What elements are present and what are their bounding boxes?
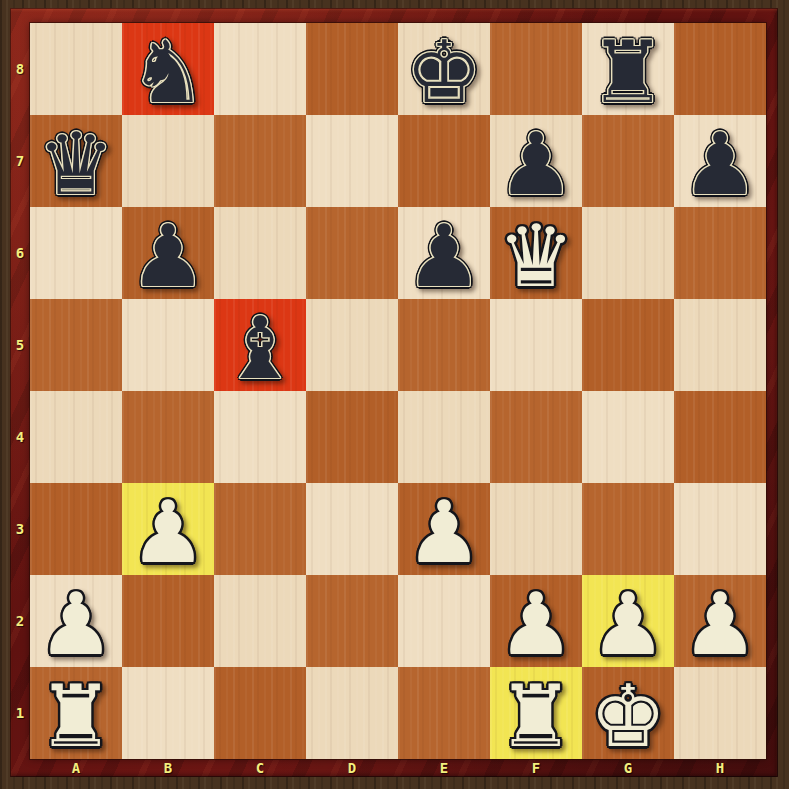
square-f3[interactable] — [490, 483, 582, 575]
square-f8[interactable] — [490, 23, 582, 115]
piece-glyph-body: ♛ — [30, 115, 122, 207]
piece-glyph-body: ♚ — [582, 667, 674, 759]
square-h6[interactable] — [674, 207, 766, 299]
piece-white-pawn[interactable]: ♟♟♟ — [582, 575, 674, 667]
piece-glyph-edge: ♜ — [30, 667, 122, 759]
piece-glyph-body: ♟ — [674, 575, 766, 667]
square-f5[interactable] — [490, 299, 582, 391]
square-b2[interactable] — [122, 575, 214, 667]
piece-glyph-rim: ♟ — [30, 575, 122, 667]
square-b4[interactable] — [122, 391, 214, 483]
piece-glyph-rim: ♟ — [122, 207, 214, 299]
square-a6[interactable] — [30, 207, 122, 299]
square-d1[interactable] — [306, 667, 398, 759]
piece-glyph-edge: ♟ — [490, 115, 582, 207]
square-c3[interactable] — [214, 483, 306, 575]
square-h2[interactable]: ♟♟♟ — [674, 575, 766, 667]
piece-glyph-body: ♟ — [122, 207, 214, 299]
square-c8[interactable] — [214, 23, 306, 115]
chess-app-background: ♞♞♞♚♚♚♜♜♜♛♛♛♟♟♟♟♟♟♟♟♟♟♟♟♛♛♛♝♝♝♟♟♟♟♟♟♟♟♟♟… — [0, 0, 789, 789]
square-g2[interactable]: ♟♟♟ — [582, 575, 674, 667]
square-d4[interactable] — [306, 391, 398, 483]
square-f4[interactable] — [490, 391, 582, 483]
square-g3[interactable] — [582, 483, 674, 575]
square-h5[interactable] — [674, 299, 766, 391]
piece-black-pawn[interactable]: ♟♟♟ — [490, 115, 582, 207]
piece-glyph-edge: ♚ — [582, 667, 674, 759]
piece-glyph-body: ♝ — [214, 299, 306, 391]
piece-white-pawn[interactable]: ♟♟♟ — [30, 575, 122, 667]
piece-glyph-rim: ♟ — [398, 483, 490, 575]
square-h1[interactable] — [674, 667, 766, 759]
piece-glyph-body: ♜ — [582, 23, 674, 115]
piece-glyph-body: ♟ — [398, 483, 490, 575]
piece-glyph-edge: ♟ — [582, 575, 674, 667]
rank-label-5: 5 — [10, 299, 30, 391]
square-d5[interactable] — [306, 299, 398, 391]
square-f1[interactable]: ♜♜♜ — [490, 667, 582, 759]
square-g1[interactable]: ♚♚♚ — [582, 667, 674, 759]
square-e2[interactable] — [398, 575, 490, 667]
rank-label-6: 6 — [10, 207, 30, 299]
piece-glyph-edge: ♝ — [214, 299, 306, 391]
piece-white-king[interactable]: ♚♚♚ — [582, 667, 674, 759]
piece-white-pawn[interactable]: ♟♟♟ — [490, 575, 582, 667]
square-e1[interactable] — [398, 667, 490, 759]
square-e8[interactable]: ♚♚♚ — [398, 23, 490, 115]
rank-label-8: 8 — [10, 23, 30, 115]
piece-black-king[interactable]: ♚♚♚ — [398, 23, 490, 115]
piece-white-rook[interactable]: ♜♜♜ — [490, 667, 582, 759]
piece-glyph-edge: ♟ — [674, 115, 766, 207]
piece-white-rook[interactable]: ♜♜♜ — [30, 667, 122, 759]
piece-glyph-body: ♚ — [398, 23, 490, 115]
file-label-a: A — [30, 759, 122, 777]
square-b6[interactable]: ♟♟♟ — [122, 207, 214, 299]
piece-glyph-rim: ♟ — [674, 575, 766, 667]
piece-glyph-body: ♜ — [490, 667, 582, 759]
piece-glyph-rim: ♞ — [122, 23, 214, 115]
square-f2[interactable]: ♟♟♟ — [490, 575, 582, 667]
piece-glyph-rim: ♜ — [582, 23, 674, 115]
file-label-e: E — [398, 759, 490, 777]
square-b5[interactable] — [122, 299, 214, 391]
piece-glyph-body: ♟ — [490, 115, 582, 207]
piece-glyph-edge: ♛ — [490, 207, 582, 299]
square-a4[interactable] — [30, 391, 122, 483]
piece-glyph-rim: ♟ — [122, 483, 214, 575]
square-g6[interactable] — [582, 207, 674, 299]
rank-label-4: 4 — [10, 391, 30, 483]
piece-glyph-body: ♟ — [490, 575, 582, 667]
square-d8[interactable] — [306, 23, 398, 115]
piece-glyph-rim: ♚ — [398, 23, 490, 115]
square-f6[interactable]: ♛♛♛ — [490, 207, 582, 299]
square-d3[interactable] — [306, 483, 398, 575]
piece-glyph-body: ♞ — [122, 23, 214, 115]
square-g8[interactable]: ♜♜♜ — [582, 23, 674, 115]
square-a3[interactable] — [30, 483, 122, 575]
piece-black-knight[interactable]: ♞♞♞ — [122, 23, 214, 115]
square-a7[interactable]: ♛♛♛ — [30, 115, 122, 207]
piece-glyph-edge: ♜ — [582, 23, 674, 115]
square-a8[interactable] — [30, 23, 122, 115]
square-e5[interactable] — [398, 299, 490, 391]
chess-board: ♞♞♞♚♚♚♜♜♜♛♛♛♟♟♟♟♟♟♟♟♟♟♟♟♛♛♛♝♝♝♟♟♟♟♟♟♟♟♟♟… — [30, 23, 766, 759]
piece-glyph-rim: ♛ — [490, 207, 582, 299]
square-b8[interactable]: ♞♞♞ — [122, 23, 214, 115]
square-c2[interactable] — [214, 575, 306, 667]
square-f7[interactable]: ♟♟♟ — [490, 115, 582, 207]
piece-glyph-edge: ♟ — [122, 483, 214, 575]
piece-white-pawn[interactable]: ♟♟♟ — [122, 483, 214, 575]
piece-glyph-body: ♟ — [122, 483, 214, 575]
square-c4[interactable] — [214, 391, 306, 483]
piece-glyph-body: ♜ — [30, 667, 122, 759]
piece-glyph-rim: ♟ — [582, 575, 674, 667]
piece-glyph-edge: ♟ — [122, 207, 214, 299]
piece-glyph-rim: ♟ — [674, 115, 766, 207]
square-e6[interactable]: ♟♟♟ — [398, 207, 490, 299]
rank-label-1: 1 — [10, 667, 30, 759]
rank-label-7: 7 — [10, 115, 30, 207]
piece-black-pawn[interactable]: ♟♟♟ — [398, 207, 490, 299]
square-h3[interactable] — [674, 483, 766, 575]
piece-glyph-edge: ♚ — [398, 23, 490, 115]
piece-glyph-body: ♟ — [582, 575, 674, 667]
piece-black-bishop[interactable]: ♝♝♝ — [214, 299, 306, 391]
square-g4[interactable] — [582, 391, 674, 483]
piece-black-rook[interactable]: ♜♜♜ — [582, 23, 674, 115]
rank-label-2: 2 — [10, 575, 30, 667]
square-b1[interactable] — [122, 667, 214, 759]
piece-glyph-body: ♟ — [398, 207, 490, 299]
piece-glyph-edge: ♜ — [490, 667, 582, 759]
piece-glyph-edge: ♟ — [674, 575, 766, 667]
piece-glyph-rim: ♝ — [214, 299, 306, 391]
piece-glyph-edge: ♞ — [122, 23, 214, 115]
square-e3[interactable]: ♟♟♟ — [398, 483, 490, 575]
piece-white-pawn[interactable]: ♟♟♟ — [674, 575, 766, 667]
square-d6[interactable] — [306, 207, 398, 299]
square-e7[interactable] — [398, 115, 490, 207]
square-g5[interactable] — [582, 299, 674, 391]
piece-black-pawn[interactable]: ♟♟♟ — [674, 115, 766, 207]
square-d2[interactable] — [306, 575, 398, 667]
file-label-h: H — [674, 759, 766, 777]
piece-glyph-body: ♛ — [490, 207, 582, 299]
piece-glyph-edge: ♟ — [398, 483, 490, 575]
file-label-g: G — [582, 759, 674, 777]
piece-glyph-edge: ♛ — [30, 115, 122, 207]
square-b7[interactable] — [122, 115, 214, 207]
piece-glyph-edge: ♟ — [490, 575, 582, 667]
piece-black-pawn[interactable]: ♟♟♟ — [122, 207, 214, 299]
square-a5[interactable] — [30, 299, 122, 391]
rank-label-3: 3 — [10, 483, 30, 575]
piece-white-queen[interactable]: ♛♛♛ — [490, 207, 582, 299]
square-h7[interactable]: ♟♟♟ — [674, 115, 766, 207]
piece-glyph-body: ♟ — [674, 115, 766, 207]
piece-glyph-edge: ♟ — [30, 575, 122, 667]
file-label-b: B — [122, 759, 214, 777]
piece-glyph-rim: ♟ — [490, 115, 582, 207]
piece-glyph-rim: ♚ — [582, 667, 674, 759]
piece-black-queen[interactable]: ♛♛♛ — [30, 115, 122, 207]
piece-glyph-rim: ♛ — [30, 115, 122, 207]
square-d7[interactable] — [306, 115, 398, 207]
file-label-c: C — [214, 759, 306, 777]
square-e4[interactable] — [398, 391, 490, 483]
piece-glyph-rim: ♜ — [490, 667, 582, 759]
square-c7[interactable] — [214, 115, 306, 207]
piece-glyph-body: ♟ — [30, 575, 122, 667]
square-a1[interactable]: ♜♜♜ — [30, 667, 122, 759]
square-c6[interactable] — [214, 207, 306, 299]
piece-glyph-rim: ♜ — [30, 667, 122, 759]
square-c5[interactable]: ♝♝♝ — [214, 299, 306, 391]
square-a2[interactable]: ♟♟♟ — [30, 575, 122, 667]
square-b3[interactable]: ♟♟♟ — [122, 483, 214, 575]
square-h4[interactable] — [674, 391, 766, 483]
square-h8[interactable] — [674, 23, 766, 115]
square-g7[interactable] — [582, 115, 674, 207]
piece-glyph-edge: ♟ — [398, 207, 490, 299]
file-label-f: F — [490, 759, 582, 777]
file-label-d: D — [306, 759, 398, 777]
piece-glyph-rim: ♟ — [490, 575, 582, 667]
piece-glyph-rim: ♟ — [398, 207, 490, 299]
square-c1[interactable] — [214, 667, 306, 759]
piece-white-pawn[interactable]: ♟♟♟ — [398, 483, 490, 575]
